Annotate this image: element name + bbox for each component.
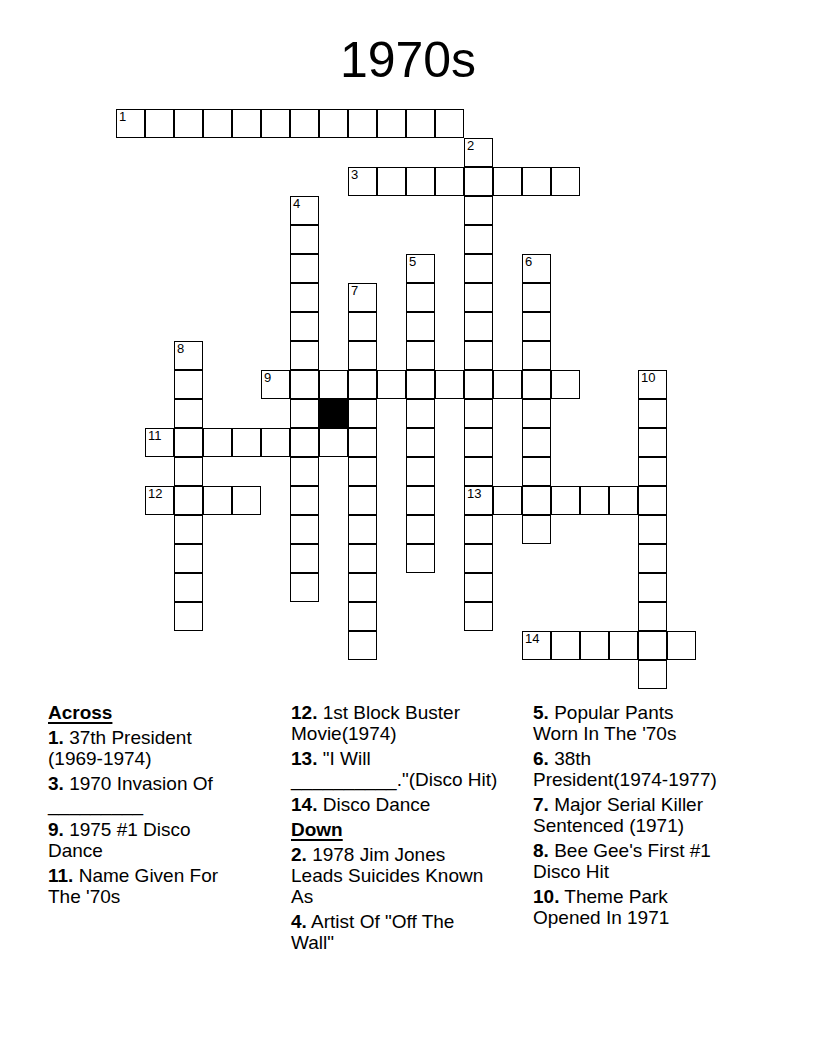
black-cell: [319, 399, 348, 428]
down-header: Down: [291, 819, 525, 840]
clue-6: 6. 38th President(1974-1977): [533, 748, 767, 790]
grid-cell[interactable]: [638, 428, 667, 457]
clue-number-label: 14.: [291, 794, 317, 815]
grid-cell[interactable]: [174, 428, 203, 457]
clue-number-label: 12.: [291, 702, 317, 723]
grid-cell[interactable]: [406, 428, 435, 457]
grid-cell[interactable]: 4: [290, 196, 319, 225]
clue-text: Name Given For The '70s: [48, 865, 218, 907]
clue-number-label: 6.: [533, 748, 549, 769]
clue-1: 1. 37th President (1969-1974): [48, 727, 282, 769]
grid-cell[interactable]: [551, 167, 580, 196]
grid-cell[interactable]: [348, 370, 377, 399]
grid-cell[interactable]: [290, 515, 319, 544]
grid-cell[interactable]: [348, 602, 377, 631]
grid-cell[interactable]: [145, 109, 174, 138]
grid-cell[interactable]: [319, 370, 348, 399]
clue-number-label: 4.: [291, 911, 307, 932]
grid-cell[interactable]: [464, 196, 493, 225]
grid-cell[interactable]: [290, 399, 319, 428]
grid-cell[interactable]: [522, 283, 551, 312]
grid-cell[interactable]: [203, 486, 232, 515]
grid-cell[interactable]: [406, 341, 435, 370]
grid-cell[interactable]: [522, 515, 551, 544]
grid-cell[interactable]: [174, 544, 203, 573]
grid-cell[interactable]: [290, 428, 319, 457]
clue-2: 2. 1978 Jim Jones Leads Suicides Known A…: [291, 844, 525, 907]
grid-cell[interactable]: [638, 515, 667, 544]
grid-cell[interactable]: [174, 457, 203, 486]
clue-column-across: Across1. 37th President (1969-1974)3. 19…: [48, 702, 282, 911]
grid-cell[interactable]: [464, 544, 493, 573]
grid-cell[interactable]: [464, 341, 493, 370]
grid-cell[interactable]: [348, 573, 377, 602]
clue-column-middle: 12. 1st Block Buster Movie(1974)13. "I W…: [291, 702, 525, 957]
grid-cell[interactable]: 9: [261, 370, 290, 399]
grid-cell[interactable]: [609, 631, 638, 660]
clue-number-label: 7.: [533, 794, 549, 815]
grid-cell[interactable]: [522, 341, 551, 370]
grid-cell[interactable]: 3: [348, 167, 377, 196]
grid-cell[interactable]: [435, 167, 464, 196]
grid-cell[interactable]: [290, 370, 319, 399]
cell-number: 7: [351, 284, 358, 298]
clue-9: 9. 1975 #1 Disco Dance: [48, 819, 282, 861]
grid-cell[interactable]: [174, 515, 203, 544]
grid-cell[interactable]: [435, 370, 464, 399]
grid-cell[interactable]: [348, 312, 377, 341]
grid-cell[interactable]: [290, 544, 319, 573]
grid-cell[interactable]: [174, 573, 203, 602]
grid-cell[interactable]: [638, 631, 667, 660]
clue-text: Artist Of "Off The Wall": [291, 911, 454, 953]
grid-cell[interactable]: [348, 399, 377, 428]
grid-cell[interactable]: [464, 457, 493, 486]
grid-cell[interactable]: 6: [522, 254, 551, 283]
clue-text: Bee Gee's First #1 Disco Hit: [533, 840, 711, 882]
grid-cell[interactable]: [638, 573, 667, 602]
cell-number: 6: [525, 255, 532, 269]
grid-cell[interactable]: [406, 515, 435, 544]
grid-cell[interactable]: [406, 486, 435, 515]
clue-text: Major Serial Killer Sentenced (1971): [533, 794, 703, 836]
grid-cell[interactable]: [290, 254, 319, 283]
clue-text: 38th President(1974-1977): [533, 748, 717, 790]
cell-number: 4: [293, 197, 300, 211]
grid-cell[interactable]: [348, 341, 377, 370]
clue-number-label: 5.: [533, 702, 549, 723]
clue-3: 3. 1970 Invasion Of _________: [48, 773, 282, 815]
grid-cell[interactable]: [319, 109, 348, 138]
clue-text: "I Will __________."(Disco Hit): [291, 748, 497, 790]
grid-cell[interactable]: [261, 428, 290, 457]
grid-cell[interactable]: [667, 631, 696, 660]
grid-cell[interactable]: 8: [174, 341, 203, 370]
grid-cell[interactable]: [377, 109, 406, 138]
grid-cell[interactable]: [580, 486, 609, 515]
clue-text: Popular Pants Worn In The '70s: [533, 702, 676, 744]
clue-number-label: 13.: [291, 748, 317, 769]
clue-7: 7. Major Serial Killer Sentenced (1971): [533, 794, 767, 836]
clue-number-label: 9.: [48, 819, 64, 840]
cell-number: 5: [409, 255, 416, 269]
clue-text: Disco Dance: [323, 794, 431, 815]
grid-cell[interactable]: [232, 486, 261, 515]
grid-cell[interactable]: [435, 109, 464, 138]
grid-cell[interactable]: [580, 631, 609, 660]
clue-number-label: 2.: [291, 844, 307, 865]
grid-cell[interactable]: [232, 109, 261, 138]
grid-cell[interactable]: [638, 486, 667, 515]
grid-cell[interactable]: [174, 602, 203, 631]
clue-text: 1970 Invasion Of _________: [48, 773, 213, 815]
grid-cell[interactable]: [406, 109, 435, 138]
clue-11: 11. Name Given For The '70s: [48, 865, 282, 907]
grid-cell[interactable]: [551, 486, 580, 515]
clue-number-label: 3.: [48, 773, 64, 794]
cell-number: 10: [641, 371, 655, 385]
cell-number: 3: [351, 168, 358, 182]
grid-cell[interactable]: [638, 602, 667, 631]
grid-cell[interactable]: [464, 515, 493, 544]
grid-cell[interactable]: [261, 109, 290, 138]
grid-cell[interactable]: [290, 486, 319, 515]
clue-13: 13. "I Will __________."(Disco Hit): [291, 748, 525, 790]
grid-cell[interactable]: [348, 428, 377, 457]
grid-cell[interactable]: [348, 457, 377, 486]
grid-cell[interactable]: [406, 283, 435, 312]
clue-number-label: 10.: [533, 886, 559, 907]
clue-text: 37th President (1969-1974): [48, 727, 192, 769]
clue-number-label: 11.: [48, 865, 73, 886]
grid-cell[interactable]: [464, 602, 493, 631]
grid-cell[interactable]: [609, 486, 638, 515]
grid-cell[interactable]: [319, 428, 348, 457]
grid-cell[interactable]: [638, 457, 667, 486]
clue-12: 12. 1st Block Buster Movie(1974): [291, 702, 525, 744]
grid-cell[interactable]: [464, 283, 493, 312]
grid-cell[interactable]: [377, 167, 406, 196]
grid-cell[interactable]: [174, 370, 203, 399]
grid-cell[interactable]: [406, 399, 435, 428]
cell-number: 1: [119, 110, 126, 124]
grid-cell[interactable]: [290, 283, 319, 312]
grid-cell[interactable]: [348, 515, 377, 544]
grid-cell[interactable]: 5: [406, 254, 435, 283]
grid-cell[interactable]: [522, 428, 551, 457]
grid-cell[interactable]: [464, 399, 493, 428]
cell-number: 12: [148, 487, 162, 501]
grid-cell[interactable]: [377, 370, 406, 399]
grid-cell[interactable]: [551, 370, 580, 399]
grid-cell[interactable]: [464, 167, 493, 196]
cell-number: 14: [525, 632, 539, 646]
grid-cell[interactable]: [493, 486, 522, 515]
grid-cell[interactable]: [348, 486, 377, 515]
grid-cell[interactable]: [464, 225, 493, 254]
grid-cell[interactable]: 10: [638, 370, 667, 399]
grid-cell[interactable]: [522, 457, 551, 486]
clue-number-label: 1.: [48, 727, 64, 748]
clue-10: 10. Theme Park Opened In 1971: [533, 886, 767, 928]
grid-cell[interactable]: [406, 167, 435, 196]
clue-5: 5. Popular Pants Worn In The '70s: [533, 702, 767, 744]
cell-number: 13: [467, 487, 481, 501]
grid-cell[interactable]: [203, 109, 232, 138]
grid-cell[interactable]: [522, 167, 551, 196]
cell-number: 8: [177, 342, 184, 356]
grid-cell[interactable]: [232, 428, 261, 457]
grid-cell[interactable]: [406, 312, 435, 341]
grid-cell[interactable]: [290, 225, 319, 254]
grid-cell[interactable]: [290, 312, 319, 341]
clue-column-down: 5. Popular Pants Worn In The '70s6. 38th…: [533, 702, 767, 932]
grid-cell[interactable]: 1: [116, 109, 145, 138]
grid-cell[interactable]: [348, 544, 377, 573]
grid-cell[interactable]: [348, 631, 377, 660]
grid-cell[interactable]: [464, 370, 493, 399]
cell-number: 11: [148, 429, 162, 443]
grid-cell[interactable]: [522, 399, 551, 428]
grid-cell[interactable]: [290, 109, 319, 138]
grid-cell[interactable]: [493, 370, 522, 399]
grid-cell[interactable]: 2: [464, 138, 493, 167]
grid-cell[interactable]: [290, 457, 319, 486]
grid-cell[interactable]: [348, 109, 377, 138]
grid-cell[interactable]: [290, 573, 319, 602]
grid-cell[interactable]: 12: [145, 486, 174, 515]
cell-number: 9: [264, 371, 271, 385]
grid-cell[interactable]: [174, 399, 203, 428]
grid-cell[interactable]: [638, 544, 667, 573]
across-header: Across: [48, 702, 282, 723]
grid-cell[interactable]: [174, 486, 203, 515]
clue-8: 8. Bee Gee's First #1 Disco Hit: [533, 840, 767, 882]
clue-14: 14. Disco Dance: [291, 794, 525, 815]
grid-cell[interactable]: [638, 399, 667, 428]
cell-number: 2: [467, 139, 474, 153]
clue-text: 1978 Jim Jones Leads Suicides Known As: [291, 844, 483, 907]
grid-cell[interactable]: [638, 660, 667, 689]
grid-cell[interactable]: [522, 312, 551, 341]
puzzle-title: 1970s: [0, 34, 816, 86]
grid-cell[interactable]: [493, 167, 522, 196]
grid-cell[interactable]: [551, 631, 580, 660]
crossword-grid: 1234567891011121314: [116, 109, 696, 689]
grid-cell[interactable]: 7: [348, 283, 377, 312]
grid-cell[interactable]: 13: [464, 486, 493, 515]
grid-cell[interactable]: [203, 428, 232, 457]
clue-text: 1975 #1 Disco Dance: [48, 819, 191, 861]
grid-cell[interactable]: [522, 486, 551, 515]
grid-cell[interactable]: [406, 370, 435, 399]
grid-cell[interactable]: [290, 341, 319, 370]
grid-cell[interactable]: [406, 457, 435, 486]
grid-cell[interactable]: [464, 254, 493, 283]
clue-4: 4. Artist Of "Off The Wall": [291, 911, 525, 953]
clue-number-label: 8.: [533, 840, 549, 861]
grid-cell[interactable]: [522, 370, 551, 399]
grid-cell[interactable]: [464, 428, 493, 457]
grid-cell[interactable]: [464, 573, 493, 602]
grid-cell[interactable]: [464, 312, 493, 341]
clue-text: 1st Block Buster Movie(1974): [291, 702, 460, 744]
grid-cell[interactable]: [174, 109, 203, 138]
grid-cell[interactable]: 11: [145, 428, 174, 457]
grid-cell[interactable]: 14: [522, 631, 551, 660]
grid-cell[interactable]: [406, 544, 435, 573]
